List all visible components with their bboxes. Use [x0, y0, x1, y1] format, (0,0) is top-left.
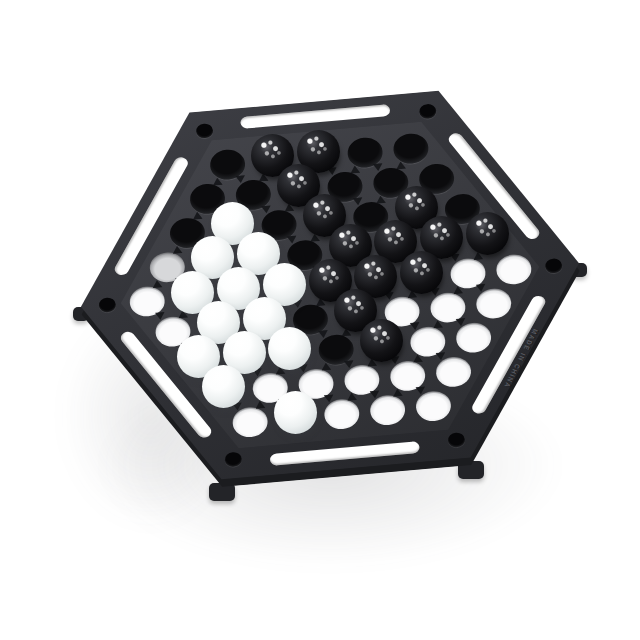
board-hole	[323, 397, 360, 430]
board-hole	[454, 321, 491, 354]
board-hole	[414, 389, 451, 422]
board-hole	[277, 401, 314, 434]
board-hole	[469, 222, 506, 255]
board-hole	[231, 405, 268, 438]
frame-corner-hole	[224, 451, 242, 467]
frame-corner-hole	[418, 103, 436, 119]
board-hole	[392, 132, 429, 165]
board-hole	[474, 287, 511, 320]
board-hole	[368, 393, 405, 426]
frame-corner-hole	[195, 123, 213, 139]
frame-corner-hole	[544, 258, 562, 274]
product-photo-scene: MADE IN CHINA	[0, 0, 640, 640]
board-hole	[434, 355, 471, 388]
board-hole	[443, 192, 480, 225]
frame-corner-hole	[98, 297, 116, 313]
frame-corner-hole	[447, 432, 465, 448]
board-hole	[417, 162, 454, 195]
board-hole	[495, 253, 532, 286]
